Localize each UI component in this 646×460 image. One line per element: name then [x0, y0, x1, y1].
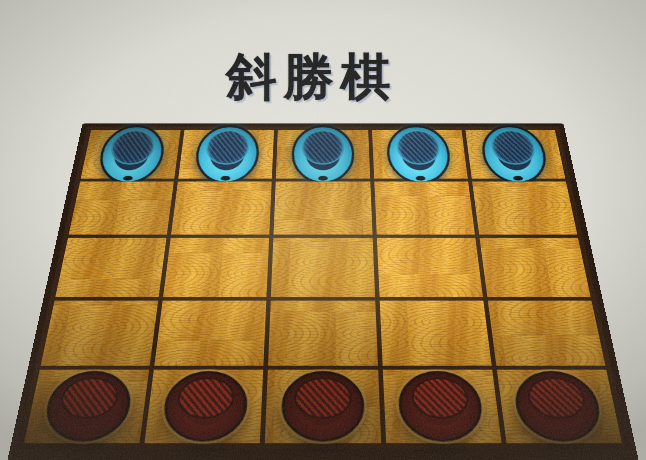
- red-piece[interactable]: ●: [160, 371, 249, 441]
- cell-r4c4[interactable]: [379, 300, 491, 366]
- piece-glyph: ●: [303, 129, 343, 171]
- cell-r4c1[interactable]: [41, 300, 159, 366]
- piece-glyph: ●: [58, 377, 119, 427]
- game-title: 斜勝棋: [0, 44, 635, 111]
- cell-r1c5[interactable]: ●: [465, 130, 565, 179]
- blue-piece[interactable]: ●: [95, 125, 168, 184]
- cell-r2c4[interactable]: [374, 181, 475, 234]
- cell-r3c5[interactable]: [479, 238, 590, 297]
- cell-r1c3[interactable]: ●: [276, 130, 370, 179]
- red-piece[interactable]: ●: [40, 371, 135, 441]
- piece-glyph: ●: [412, 377, 468, 427]
- board: ●●●●●●●●●●: [7, 123, 639, 460]
- blue-piece[interactable]: ●: [193, 125, 261, 184]
- cell-r2c5[interactable]: [472, 181, 577, 234]
- cell-r5c3[interactable]: ●: [265, 370, 381, 443]
- blue-piece[interactable]: ●: [386, 125, 454, 184]
- cell-r2c2[interactable]: [171, 181, 272, 234]
- blue-piece[interactable]: ●: [479, 125, 552, 184]
- piece-glyph: ●: [177, 377, 233, 427]
- cell-r5c4[interactable]: ●: [382, 370, 501, 443]
- cell-r1c2[interactable]: ●: [178, 130, 274, 179]
- cell-r3c4[interactable]: [377, 238, 483, 297]
- cell-r2c3[interactable]: [274, 181, 372, 234]
- piece-glyph: ●: [297, 377, 350, 427]
- piece-glyph: ●: [397, 129, 440, 171]
- cell-r2c1[interactable]: [69, 181, 174, 234]
- cell-r5c2[interactable]: ●: [145, 370, 264, 443]
- piece-glyph: ●: [206, 129, 249, 171]
- cell-r5c5[interactable]: ●: [497, 370, 622, 443]
- cell-r5c1[interactable]: ●: [24, 370, 149, 443]
- piece-glyph: ●: [527, 377, 588, 427]
- blue-piece[interactable]: ●: [291, 125, 355, 184]
- cell-r4c5[interactable]: [488, 300, 606, 366]
- red-piece[interactable]: ●: [397, 371, 486, 441]
- cell-r1c4[interactable]: ●: [372, 130, 468, 179]
- cell-r4c2[interactable]: [154, 300, 266, 366]
- piece-glyph: ●: [491, 129, 538, 171]
- cell-r3c2[interactable]: [163, 238, 269, 297]
- cell-r1c1[interactable]: ●: [81, 130, 181, 179]
- red-piece[interactable]: ●: [511, 371, 606, 441]
- red-piece[interactable]: ●: [281, 371, 366, 441]
- cell-r4c3[interactable]: [268, 300, 377, 366]
- cell-r3c1[interactable]: [55, 238, 166, 297]
- piece-glyph: ●: [109, 129, 156, 171]
- cell-r3c3[interactable]: [271, 238, 375, 297]
